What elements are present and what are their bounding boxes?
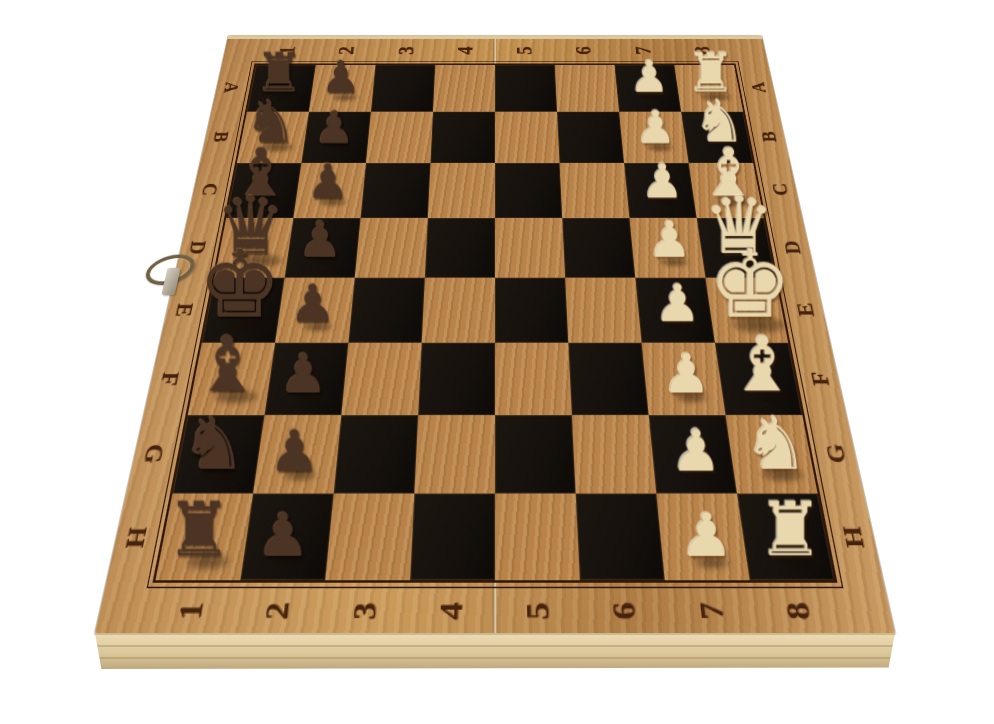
square-A3 (371, 65, 435, 112)
square-C1 (226, 163, 301, 218)
square-B6 (557, 112, 624, 163)
piece-dark-bishop-F1: ♝ (194, 328, 262, 400)
square-C8 (689, 163, 764, 218)
piece-light-bishop-F8: ♝ (728, 328, 796, 400)
square-D3 (355, 218, 428, 278)
square-A4 (433, 65, 495, 112)
piece-light-pawn-E7: ♟ (654, 280, 701, 329)
piece-dark-pawn-G2: ♟ (269, 424, 320, 478)
piece-dark-pawn-E2: ♟ (290, 280, 337, 329)
piece-dark-pawn-H2: ♟ (257, 508, 311, 565)
square-C3 (361, 163, 431, 218)
piece-light-king-E8: ♚ (708, 240, 792, 329)
square-D4 (425, 218, 495, 278)
square-B7 (619, 112, 688, 163)
piece-light-pawn-F7: ♟ (662, 349, 711, 401)
square-A8 (674, 65, 743, 112)
chess-board-3d-wrapper: 12345678 12345678 ABCDEFGH ABCDEFGH ♜♟♟♜… (95, 35, 895, 634)
square-A1 (247, 65, 316, 112)
square-C7 (624, 163, 697, 218)
square-C4 (428, 163, 495, 218)
square-B4 (430, 112, 495, 163)
square-C6 (560, 163, 630, 218)
piece-dark-rook-H1: ♜ (166, 494, 233, 565)
product-photo-scene: 12345678 12345678 ABCDEFGH ABCDEFGH ♜♟♟♜… (0, 0, 994, 724)
square-B8 (681, 112, 753, 163)
square-B5 (495, 112, 560, 163)
square-D2 (285, 218, 361, 278)
square-B2 (301, 112, 370, 163)
square-A7 (614, 65, 681, 112)
piece-dark-pawn-F2: ♟ (280, 349, 329, 401)
board-side-edge (95, 633, 895, 669)
square-B3 (366, 112, 433, 163)
square-D7 (629, 218, 705, 278)
square-B1 (237, 112, 309, 163)
piece-light-pawn-H7: ♟ (679, 508, 733, 565)
rank-numbers-bottom: 12345678 (144, 591, 846, 632)
piece-light-rook-H8: ♜ (757, 494, 824, 565)
square-D6 (562, 218, 635, 278)
square-C5 (495, 163, 562, 218)
piece-dark-knight-G1: ♞ (181, 409, 247, 478)
square-C2 (293, 163, 366, 218)
piece-dark-king-E1: ♚ (198, 240, 282, 329)
square-D5 (495, 218, 565, 278)
piece-light-knight-G8: ♞ (743, 409, 809, 478)
square-A5 (495, 65, 557, 112)
square-A2 (309, 65, 376, 112)
piece-light-pawn-G7: ♟ (670, 424, 721, 478)
square-A6 (555, 65, 619, 112)
rank-numbers-top: 12345678 (256, 41, 734, 60)
